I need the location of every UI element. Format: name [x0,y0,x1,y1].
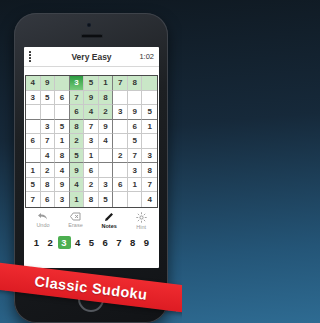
cell-r2c7[interactable] [113,91,128,106]
cell-r4c3[interactable]: 5 [55,120,70,135]
numpad-digit-2[interactable]: 2 [44,236,57,249]
cell-r1c9[interactable] [142,76,157,91]
cell-r7c1[interactable]: 1 [26,163,41,178]
cell-r6c4[interactable]: 5 [70,149,85,164]
numpad-digit-7[interactable]: 7 [113,236,126,249]
camera-icon [87,23,91,27]
cell-r9c7[interactable] [113,192,128,207]
undo-button[interactable]: Undo [36,212,49,230]
cell-r2c3[interactable]: 6 [55,91,70,106]
cell-r6c9[interactable]: 3 [142,149,157,164]
cell-r4c8[interactable]: 6 [128,120,143,135]
cell-r5c5[interactable]: 3 [84,134,99,149]
numpad-digit-1[interactable]: 1 [30,236,43,249]
cell-r8c9[interactable]: 7 [142,178,157,193]
number-pad: 123456789 [24,236,159,249]
cell-r2c5[interactable]: 9 [84,91,99,106]
cell-r8c8[interactable]: 1 [128,178,143,193]
erase-label: Erase [68,222,82,228]
cell-r7c4[interactable]: 9 [70,163,85,178]
cell-r1c1[interactable]: 4 [26,76,41,91]
cell-r1c5[interactable]: 5 [84,76,99,91]
cell-r4c6[interactable]: 9 [99,120,114,135]
hint-icon [136,212,147,223]
erase-icon [70,212,81,221]
cell-r8c1[interactable]: 5 [26,178,41,193]
cell-r9c6[interactable]: 5 [99,192,114,207]
cell-r1c8[interactable]: 8 [128,76,143,91]
cell-r3c9[interactable]: 5 [142,105,157,120]
cell-r7c7[interactable] [113,163,128,178]
cell-r3c7[interactable]: 3 [113,105,128,120]
notes-button[interactable]: Notes [102,212,117,230]
cell-r3c5[interactable]: 4 [84,105,99,120]
timer: 1:02 [139,52,154,61]
cell-r4c1[interactable] [26,120,41,135]
cell-r4c7[interactable] [113,120,128,135]
cell-r9c5[interactable]: 8 [84,192,99,207]
cell-r4c2[interactable]: 3 [41,120,56,135]
cell-r6c1[interactable] [26,149,41,164]
hint-button[interactable]: Hint [136,212,147,230]
cell-r2c1[interactable]: 3 [26,91,41,106]
pencil-icon [104,212,114,222]
cell-r5c4[interactable]: 2 [70,134,85,149]
numpad-digit-8[interactable]: 8 [126,236,139,249]
cell-r8c7[interactable]: 6 [113,178,128,193]
speaker-grille [81,34,103,38]
cell-r2c2[interactable]: 5 [41,91,56,106]
cell-r5c8[interactable]: 5 [128,134,143,149]
cell-r3c4[interactable]: 6 [70,105,85,120]
toolbar: Undo Erase Notes [24,212,159,230]
undo-icon [37,212,48,221]
numpad-digit-9[interactable]: 9 [140,236,153,249]
cell-r7c6[interactable] [99,163,114,178]
cell-r8c4[interactable]: 4 [70,178,85,193]
cell-r9c4[interactable]: 1 [70,192,85,207]
sudoku-app-screen: Very Easy 1:02 4935178356798642395358796… [24,47,159,268]
cell-r8c6[interactable]: 3 [99,178,114,193]
cell-r8c3[interactable]: 9 [55,178,70,193]
numpad-digit-3[interactable]: 3 [58,236,71,249]
cell-r4c4[interactable]: 8 [70,120,85,135]
cell-r2c6[interactable]: 8 [99,91,114,106]
cell-r1c7[interactable]: 7 [113,76,128,91]
cell-r6c2[interactable]: 4 [41,149,56,164]
cell-r5c1[interactable]: 6 [26,134,41,149]
cell-r6c3[interactable]: 8 [55,149,70,164]
cell-r3c2[interactable] [41,105,56,120]
cell-r8c5[interactable]: 2 [84,178,99,193]
sudoku-grid: 4935178356798642395358796167123454851273… [25,75,158,208]
undo-label: Undo [36,222,49,228]
cell-r8c2[interactable]: 8 [41,178,56,193]
cell-r7c5[interactable]: 6 [84,163,99,178]
cell-r9c1[interactable]: 7 [26,192,41,207]
cell-r5c7[interactable] [113,134,128,149]
cell-r9c8[interactable] [128,192,143,207]
cell-r6c8[interactable]: 7 [128,149,143,164]
cell-r4c5[interactable]: 7 [84,120,99,135]
cell-r6c7[interactable]: 2 [113,149,128,164]
cell-r1c2[interactable]: 9 [41,76,56,91]
cell-r6c5[interactable]: 1 [84,149,99,164]
numpad-digit-5[interactable]: 5 [85,236,98,249]
cell-r7c8[interactable]: 3 [128,163,143,178]
numpad-digit-4[interactable]: 4 [71,236,84,249]
cell-r6c6[interactable] [99,149,114,164]
cell-r2c4[interactable]: 7 [70,91,85,106]
cell-r5c2[interactable]: 7 [41,134,56,149]
cell-r7c3[interactable]: 4 [55,163,70,178]
notes-label: Notes [102,223,117,229]
cell-r9c3[interactable]: 3 [55,192,70,207]
cell-r1c6[interactable]: 1 [99,76,114,91]
cell-r3c6[interactable]: 2 [99,105,114,120]
cell-r7c9[interactable]: 8 [142,163,157,178]
cell-r9c9[interactable]: 4 [142,192,157,207]
numpad-digit-6[interactable]: 6 [99,236,112,249]
cell-r5c9[interactable] [142,134,157,149]
cell-r9c2[interactable]: 6 [41,192,56,207]
cell-r4c9[interactable]: 1 [142,120,157,135]
cell-r3c1[interactable] [26,105,41,120]
header: Very Easy 1:02 [24,47,159,67]
cell-r5c3[interactable]: 1 [55,134,70,149]
cell-r3c8[interactable]: 9 [128,105,143,120]
cell-r1c3[interactable] [55,76,70,91]
cell-r5c6[interactable]: 4 [99,134,114,149]
hint-label: Hint [136,224,146,230]
cell-r2c9[interactable] [142,91,157,106]
erase-button[interactable]: Erase [68,212,82,230]
cell-r1c4[interactable]: 3 [70,76,85,91]
cell-r7c2[interactable]: 2 [41,163,56,178]
cell-r3c3[interactable] [55,105,70,120]
cell-r2c8[interactable] [128,91,143,106]
